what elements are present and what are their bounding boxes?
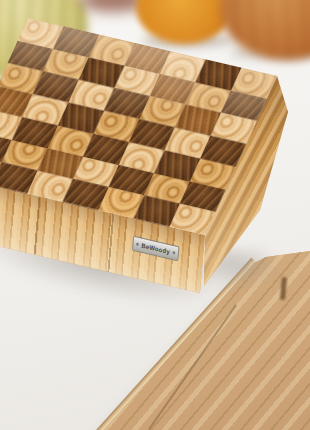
photo-scene: BeWoody [0,0,310,430]
brand-plate-text: BeWoody [141,242,170,256]
screw-icon [136,242,139,246]
brand-plate: BeWoody [132,236,180,262]
screw-icon [172,251,175,255]
